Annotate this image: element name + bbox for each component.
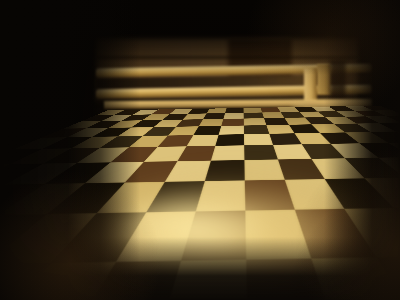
scene [0, 0, 400, 300]
board-square [244, 134, 273, 146]
board-square [215, 134, 244, 146]
aperture-frame [0, 0, 400, 300]
checkerboard [0, 106, 400, 300]
far-edge-haze [96, 106, 376, 132]
board-square [205, 160, 245, 181]
board-square [196, 180, 246, 211]
board-square [211, 145, 245, 160]
rail-baluster [317, 64, 331, 94]
board-square [186, 135, 218, 147]
plank-seam [96, 56, 358, 59]
